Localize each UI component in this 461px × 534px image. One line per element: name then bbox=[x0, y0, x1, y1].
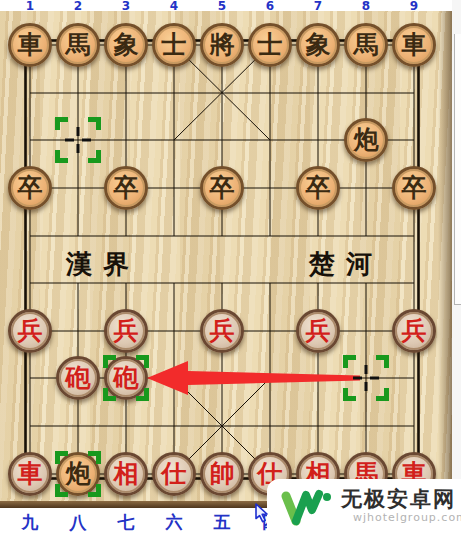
file-label-top: 8 bbox=[354, 0, 378, 13]
piece-red[interactable]: 相 bbox=[104, 452, 148, 496]
watermark-site-name: 无极安卓网 bbox=[341, 487, 461, 511]
river-text-chuhe: 楚河 bbox=[309, 247, 383, 282]
piece-black[interactable]: 象 bbox=[104, 23, 148, 67]
file-label-top: 4 bbox=[162, 0, 186, 13]
piece-red[interactable]: 兵 bbox=[200, 309, 244, 353]
piece-red[interactable]: 兵 bbox=[392, 309, 436, 353]
file-label-top: 5 bbox=[210, 0, 234, 13]
mouse-cursor-icon bbox=[254, 503, 272, 523]
crosshair-cursor-icon bbox=[352, 364, 380, 392]
piece-red[interactable]: 兵 bbox=[8, 309, 52, 353]
piece-black[interactable]: 象 bbox=[296, 23, 340, 67]
piece-black[interactable]: 將 bbox=[200, 23, 244, 67]
watermark-text: 无极安卓网 wjhotelgroup.com bbox=[341, 487, 461, 524]
selection-bracket bbox=[103, 355, 149, 401]
board-right-shadow bbox=[438, 11, 452, 508]
piece-black[interactable]: 馬 bbox=[56, 23, 100, 67]
piece-red[interactable]: 兵 bbox=[296, 309, 340, 353]
file-label-bottom: 九 bbox=[18, 511, 42, 534]
file-label-bottom: 七 bbox=[114, 511, 138, 534]
watermark-logo-icon bbox=[279, 487, 333, 529]
xiangqi-app-screenshot: 漢界 楚河 123456789九八七六五四三二一 車馬象士將士象馬車炮卒卒卒卒卒… bbox=[0, 0, 461, 534]
file-label-top: 2 bbox=[66, 0, 90, 13]
piece-black[interactable]: 馬 bbox=[344, 23, 388, 67]
piece-black[interactable]: 車 bbox=[392, 23, 436, 67]
file-label-top: 9 bbox=[402, 0, 426, 13]
piece-red[interactable]: 帥 bbox=[200, 452, 244, 496]
piece-black[interactable]: 炮 bbox=[344, 118, 388, 162]
piece-black[interactable]: 士 bbox=[248, 23, 292, 67]
river-text-hanjie: 漢界 bbox=[66, 247, 140, 282]
file-label-bottom: 八 bbox=[66, 511, 90, 534]
piece-black[interactable]: 車 bbox=[8, 23, 52, 67]
file-label-top: 7 bbox=[306, 0, 330, 13]
piece-black[interactable]: 卒 bbox=[296, 166, 340, 210]
selection-bracket bbox=[55, 451, 101, 497]
piece-black[interactable]: 卒 bbox=[104, 166, 148, 210]
file-label-bottom: 五 bbox=[210, 511, 234, 534]
file-label-bottom: 六 bbox=[162, 511, 186, 534]
watermark-badge: 无极安卓网 wjhotelgroup.com bbox=[267, 479, 461, 534]
side-panel-corner-border bbox=[454, 34, 461, 305]
crosshair-cursor-icon bbox=[64, 126, 92, 154]
file-label-top: 6 bbox=[258, 0, 282, 13]
piece-black[interactable]: 卒 bbox=[8, 166, 52, 210]
piece-red[interactable]: 車 bbox=[8, 452, 52, 496]
watermark-site-url: wjhotelgroup.com bbox=[353, 511, 461, 524]
piece-black[interactable]: 卒 bbox=[392, 166, 436, 210]
piece-black[interactable]: 士 bbox=[152, 23, 196, 67]
piece-red[interactable]: 砲 bbox=[56, 356, 100, 400]
piece-black[interactable]: 卒 bbox=[200, 166, 244, 210]
file-label-top: 3 bbox=[114, 0, 138, 13]
piece-red[interactable]: 仕 bbox=[152, 452, 196, 496]
file-label-top: 1 bbox=[18, 0, 42, 13]
piece-red[interactable]: 兵 bbox=[104, 309, 148, 353]
